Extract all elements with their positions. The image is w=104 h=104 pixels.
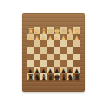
chess-set-photo[interactable]: ♜♞♝♛♚♝♞♜♟♟♟♟♟♟♟♟♟♟♟♟♟♟♟♟♜♞♝♛♚♝♞♜ — [22, 13, 85, 92]
square-c2[interactable]: ♟ — [40, 34, 47, 41]
square-h4[interactable] — [73, 47, 80, 54]
square-a5[interactable] — [27, 54, 34, 61]
square-b4[interactable] — [34, 47, 41, 54]
square-d1[interactable]: ♛ — [47, 27, 54, 34]
piece-black-bishop: ♝ — [60, 75, 67, 81]
square-c3[interactable] — [40, 40, 47, 47]
square-h2[interactable]: ♟ — [73, 34, 80, 41]
piece-black-knight: ♞ — [67, 75, 74, 81]
square-f7[interactable]: ♟ — [60, 67, 67, 74]
square-e4[interactable] — [54, 47, 61, 54]
square-e2[interactable]: ♟ — [54, 34, 61, 41]
square-f4[interactable] — [60, 47, 67, 54]
square-g1[interactable]: ♞ — [67, 27, 74, 34]
square-a7[interactable]: ♟ — [27, 67, 34, 74]
square-b5[interactable] — [34, 54, 41, 61]
square-g5[interactable] — [67, 54, 74, 61]
chess-board: ♜♞♝♛♚♝♞♜♟♟♟♟♟♟♟♟♟♟♟♟♟♟♟♟♜♞♝♛♚♝♞♜ — [27, 27, 80, 80]
square-d5[interactable] — [47, 54, 54, 61]
square-c4[interactable] — [40, 47, 47, 54]
piece-black-rook: ♜ — [73, 75, 80, 81]
square-b3[interactable] — [34, 40, 41, 47]
square-g3[interactable] — [67, 40, 74, 47]
piece-black-knight: ♞ — [34, 75, 41, 81]
square-g7[interactable]: ♟ — [67, 67, 74, 74]
square-h8[interactable]: ♜ — [73, 73, 80, 80]
square-d7[interactable]: ♟ — [47, 67, 54, 74]
square-a1[interactable]: ♜ — [27, 27, 34, 34]
square-a4[interactable] — [27, 47, 34, 54]
square-a2[interactable]: ♟ — [27, 34, 34, 41]
square-b7[interactable]: ♟ — [34, 67, 41, 74]
square-c8[interactable]: ♝ — [40, 73, 47, 80]
square-g6[interactable] — [67, 60, 74, 67]
square-d4[interactable] — [47, 47, 54, 54]
piece-black-king: ♚ — [54, 75, 61, 81]
square-e3[interactable] — [54, 40, 61, 47]
square-d6[interactable] — [47, 60, 54, 67]
square-f2[interactable]: ♟ — [60, 34, 67, 41]
square-b1[interactable]: ♞ — [34, 27, 41, 34]
square-c6[interactable] — [40, 60, 47, 67]
square-a3[interactable] — [27, 40, 34, 47]
square-a8[interactable]: ♜ — [27, 73, 34, 80]
piece-black-rook: ♜ — [27, 75, 34, 81]
square-e5[interactable] — [54, 54, 61, 61]
square-h3[interactable] — [73, 40, 80, 47]
square-f8[interactable]: ♝ — [60, 73, 67, 80]
square-f1[interactable]: ♝ — [60, 27, 67, 34]
square-a6[interactable] — [27, 60, 34, 67]
square-g2[interactable]: ♟ — [67, 34, 74, 41]
square-g4[interactable] — [67, 47, 74, 54]
square-f3[interactable] — [60, 40, 67, 47]
square-f5[interactable] — [60, 54, 67, 61]
piece-black-bishop: ♝ — [40, 75, 47, 81]
square-g8[interactable]: ♞ — [67, 73, 74, 80]
square-c1[interactable]: ♝ — [40, 27, 47, 34]
piece-black-queen: ♛ — [47, 75, 54, 81]
square-e1[interactable]: ♚ — [54, 27, 61, 34]
square-b2[interactable]: ♟ — [34, 34, 41, 41]
square-d3[interactable] — [47, 40, 54, 47]
square-e6[interactable] — [54, 60, 61, 67]
square-e8[interactable]: ♚ — [54, 73, 61, 80]
square-b8[interactable]: ♞ — [34, 73, 41, 80]
square-b6[interactable] — [34, 60, 41, 67]
square-d8[interactable]: ♛ — [47, 73, 54, 80]
square-h5[interactable] — [73, 54, 80, 61]
square-h7[interactable]: ♟ — [73, 67, 80, 74]
square-d2[interactable]: ♟ — [47, 34, 54, 41]
square-h6[interactable] — [73, 60, 80, 67]
square-c5[interactable] — [40, 54, 47, 61]
square-h1[interactable]: ♜ — [73, 27, 80, 34]
square-f6[interactable] — [60, 60, 67, 67]
square-e7[interactable]: ♟ — [54, 67, 61, 74]
square-c7[interactable]: ♟ — [40, 67, 47, 74]
